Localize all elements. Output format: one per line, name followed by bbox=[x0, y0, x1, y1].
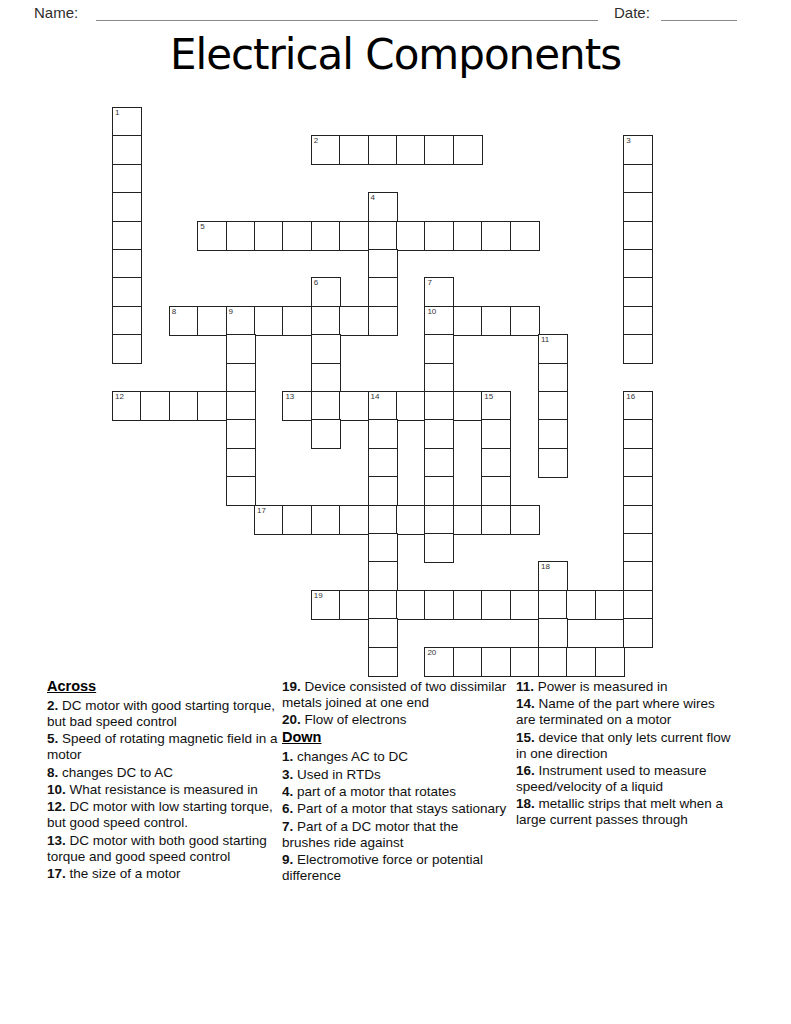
clue-num-label: 13. bbox=[47, 833, 66, 848]
clue-across-19: 19. Device consisted of two dissimilar m… bbox=[282, 679, 510, 711]
grid-cell-r14c12[interactable] bbox=[453, 505, 483, 535]
grid-cell-r10c0[interactable]: 12 bbox=[112, 391, 142, 421]
grid-cell-r6c9[interactable] bbox=[368, 277, 398, 307]
grid-cell-r11c15[interactable] bbox=[538, 419, 568, 449]
grid-cell-r4c6[interactable] bbox=[282, 221, 312, 251]
grid-cell-r12c18[interactable] bbox=[623, 448, 653, 478]
grid-cell-r10c9[interactable]: 14 bbox=[368, 391, 398, 421]
grid-cell-r14c5[interactable]: 17 bbox=[254, 505, 284, 535]
grid-cell-r12c4[interactable] bbox=[226, 448, 256, 478]
grid-cell-r11c11[interactable] bbox=[424, 419, 454, 449]
grid-cell-r17c12[interactable] bbox=[453, 590, 483, 620]
grid-cell-r10c15[interactable] bbox=[538, 391, 568, 421]
clue-number-15: 15 bbox=[484, 392, 493, 401]
clue-number-6: 6 bbox=[314, 278, 318, 287]
grid-cell-r12c13[interactable] bbox=[481, 448, 511, 478]
grid-cell-r17c15[interactable] bbox=[538, 590, 568, 620]
grid-cell-r10c7[interactable] bbox=[311, 391, 341, 421]
grid-cell-r7c18[interactable] bbox=[623, 306, 653, 336]
clue-num-label: 20. bbox=[282, 712, 301, 727]
grid-cell-r19c9[interactable] bbox=[368, 647, 398, 677]
grid-cell-r7c0[interactable] bbox=[112, 306, 142, 336]
grid-cell-r1c8[interactable] bbox=[339, 135, 369, 165]
clue-num-label: 7. bbox=[282, 819, 293, 834]
grid-cell-r4c11[interactable] bbox=[424, 221, 454, 251]
grid-cell-r17c13[interactable] bbox=[481, 590, 511, 620]
grid-cell-r8c4[interactable] bbox=[226, 334, 256, 364]
grid-cell-r9c7[interactable] bbox=[311, 363, 341, 393]
clue-num-label: 11. bbox=[516, 679, 534, 694]
clue-down-4: 4. part of a motor that rotates bbox=[282, 784, 510, 800]
grid-cell-r8c15[interactable]: 11 bbox=[538, 334, 568, 364]
grid-cell-r10c18[interactable]: 16 bbox=[623, 391, 653, 421]
grid-cell-r5c18[interactable] bbox=[623, 249, 653, 279]
grid-cell-r11c13[interactable] bbox=[481, 419, 511, 449]
clue-header-down: Down bbox=[282, 730, 510, 746]
clue-header-across: Across bbox=[47, 679, 287, 695]
clue-num-label: 18. bbox=[516, 796, 535, 811]
clue-down-16: 16. Instrument used to measure speed/vel… bbox=[516, 763, 734, 795]
crossword-board: 1234567891011121314151617181920 bbox=[112, 107, 655, 678]
grid-cell-r8c0[interactable] bbox=[112, 334, 142, 364]
clue-number-8: 8 bbox=[172, 307, 176, 316]
grid-cell-r14c13[interactable] bbox=[481, 505, 511, 535]
clue-number-9: 9 bbox=[229, 307, 233, 316]
grid-cell-r16c15[interactable]: 18 bbox=[538, 561, 568, 591]
clue-across-8: 8. changes DC to AC bbox=[47, 765, 287, 781]
grid-cell-r12c11[interactable] bbox=[424, 448, 454, 478]
clue-num-label: 14. bbox=[516, 696, 535, 711]
clue-across-12: 12. DC motor with low starting torque, b… bbox=[47, 799, 287, 831]
grid-cell-r4c13[interactable] bbox=[481, 221, 511, 251]
grid-cell-r2c18[interactable] bbox=[623, 164, 653, 194]
clue-number-16: 16 bbox=[626, 392, 635, 401]
grid-cell-r8c7[interactable] bbox=[311, 334, 341, 364]
name-blank-line bbox=[96, 3, 598, 21]
grid-cell-r4c0[interactable] bbox=[112, 221, 142, 251]
grid-cell-r13c11[interactable] bbox=[424, 476, 454, 506]
grid-cell-r15c18[interactable] bbox=[623, 533, 653, 563]
clue-across-17: 17. the size of a motor bbox=[47, 866, 287, 882]
clue-number-20: 20 bbox=[427, 648, 436, 657]
grid-cell-r10c6[interactable]: 13 bbox=[282, 391, 312, 421]
clue-column-2: 19. Device consisted of two dissimilar m… bbox=[282, 679, 510, 885]
grid-cell-r1c0[interactable] bbox=[112, 135, 142, 165]
clue-across-20: 20. Flow of electrons bbox=[282, 712, 510, 728]
grid-cell-r15c9[interactable] bbox=[368, 533, 398, 563]
grid-cell-r7c4[interactable]: 9 bbox=[226, 306, 256, 336]
clue-down-7: 7. Part of a DC motor that the brushes r… bbox=[282, 819, 510, 851]
grid-cell-r6c0[interactable] bbox=[112, 277, 142, 307]
grid-cell-r16c9[interactable] bbox=[368, 561, 398, 591]
grid-cell-r7c12[interactable] bbox=[453, 306, 483, 336]
grid-cell-r4c18[interactable] bbox=[623, 221, 653, 251]
grid-cell-r19c11[interactable]: 20 bbox=[424, 647, 454, 677]
grid-cell-r7c13[interactable] bbox=[481, 306, 511, 336]
grid-cell-r15c11[interactable] bbox=[424, 533, 454, 563]
grid-cell-r4c12[interactable] bbox=[453, 221, 483, 251]
clue-number-2: 2 bbox=[314, 136, 318, 145]
clue-down-6: 6. Part of a motor that stays sationary bbox=[282, 801, 510, 817]
clue-down-9: 9. Electromotive force or potential diff… bbox=[282, 852, 510, 884]
grid-cell-r7c2[interactable]: 8 bbox=[169, 306, 199, 336]
page-title: Electrical Components bbox=[0, 30, 791, 79]
grid-cell-r6c7[interactable]: 6 bbox=[311, 277, 341, 307]
grid-cell-r13c9[interactable] bbox=[368, 476, 398, 506]
grid-cell-r17c9[interactable] bbox=[368, 590, 398, 620]
clue-number-11: 11 bbox=[541, 335, 549, 344]
grid-cell-r10c1[interactable] bbox=[140, 391, 170, 421]
grid-cell-r17c10[interactable] bbox=[396, 590, 426, 620]
grid-cell-r17c18[interactable] bbox=[623, 590, 653, 620]
clue-number-12: 12 bbox=[115, 392, 124, 401]
date-blank-line bbox=[661, 3, 737, 21]
grid-cell-r7c3[interactable] bbox=[197, 306, 227, 336]
clue-num-label: 5. bbox=[47, 731, 58, 746]
grid-cell-r12c9[interactable] bbox=[368, 448, 398, 478]
clue-across-2: 2. DC motor with good starting torque, b… bbox=[47, 698, 287, 730]
grid-cell-r2c0[interactable] bbox=[112, 164, 142, 194]
clue-number-1: 1 bbox=[115, 108, 119, 117]
name-label: Name: bbox=[34, 4, 78, 21]
clue-number-13: 13 bbox=[285, 392, 294, 401]
clue-number-10: 10 bbox=[427, 307, 436, 316]
grid-cell-r11c4[interactable] bbox=[226, 419, 256, 449]
grid-cell-r7c5[interactable] bbox=[254, 306, 284, 336]
grid-cell-r1c11[interactable] bbox=[424, 135, 454, 165]
grid-cell-r4c4[interactable] bbox=[226, 221, 256, 251]
clue-num-label: 2. bbox=[47, 698, 58, 713]
grid-cell-r11c18[interactable] bbox=[623, 419, 653, 449]
clue-down-15: 15. device that only lets current flow i… bbox=[516, 730, 734, 762]
grid-cell-r19c14[interactable] bbox=[510, 647, 540, 677]
grid-cell-r17c11[interactable] bbox=[424, 590, 454, 620]
grid-cell-r4c5[interactable] bbox=[254, 221, 284, 251]
clue-across-10: 10. What resistance is measured in bbox=[47, 782, 287, 798]
grid-cell-r14c14[interactable] bbox=[510, 505, 540, 535]
clue-number-17: 17 bbox=[257, 506, 266, 515]
grid-cell-r8c18[interactable] bbox=[623, 334, 653, 364]
grid-cell-r11c7[interactable] bbox=[311, 419, 341, 449]
grid-cell-r10c13[interactable]: 15 bbox=[481, 391, 511, 421]
grid-cell-r16c18[interactable] bbox=[623, 561, 653, 591]
grid-cell-r4c14[interactable] bbox=[510, 221, 540, 251]
grid-cell-r3c18[interactable] bbox=[623, 192, 653, 222]
grid-cell-r1c10[interactable] bbox=[396, 135, 426, 165]
grid-cell-r4c3[interactable]: 5 bbox=[197, 221, 227, 251]
grid-cell-r4c9[interactable] bbox=[368, 221, 398, 251]
grid-cell-r18c9[interactable] bbox=[368, 618, 398, 648]
grid-cell-r13c18[interactable] bbox=[623, 476, 653, 506]
clue-num-label: 12. bbox=[47, 799, 66, 814]
clue-down-18: 18. metallic strips that melt when a lar… bbox=[516, 796, 734, 828]
clue-number-7: 7 bbox=[427, 278, 431, 287]
grid-cell-r14c8[interactable] bbox=[339, 505, 369, 535]
clue-num-label: 1. bbox=[282, 749, 293, 764]
grid-cell-r10c2[interactable] bbox=[169, 391, 199, 421]
clue-num-label: 15. bbox=[516, 730, 535, 745]
clue-num-label: 9. bbox=[282, 852, 293, 867]
grid-cell-r18c15[interactable] bbox=[538, 618, 568, 648]
grid-cell-r14c6[interactable] bbox=[282, 505, 312, 535]
clue-down-3: 3. Used in RTDs bbox=[282, 767, 510, 783]
grid-cell-r1c12[interactable] bbox=[453, 135, 483, 165]
grid-cell-r17c8[interactable] bbox=[339, 590, 369, 620]
clue-number-18: 18 bbox=[541, 562, 550, 571]
grid-cell-r14c11[interactable] bbox=[424, 505, 454, 535]
grid-cell-r14c18[interactable] bbox=[623, 505, 653, 535]
grid-cell-r17c16[interactable] bbox=[566, 590, 596, 620]
grid-cell-r19c12[interactable] bbox=[453, 647, 483, 677]
grid-cell-r7c9[interactable] bbox=[368, 306, 398, 336]
clue-num-label: 17. bbox=[47, 866, 66, 881]
grid-cell-r3c0[interactable] bbox=[112, 192, 142, 222]
grid-cell-r10c10[interactable] bbox=[396, 391, 426, 421]
grid-cell-r13c13[interactable] bbox=[481, 476, 511, 506]
grid-cell-r5c9[interactable] bbox=[368, 249, 398, 279]
grid-cell-r6c11[interactable]: 7 bbox=[424, 277, 454, 307]
grid-cell-r7c8[interactable] bbox=[339, 306, 369, 336]
clue-num-label: 3. bbox=[282, 767, 293, 782]
date-label: Date: bbox=[614, 4, 650, 21]
grid-cell-r19c13[interactable] bbox=[481, 647, 511, 677]
grid-cell-r11c9[interactable] bbox=[368, 419, 398, 449]
grid-cell-r8c11[interactable] bbox=[424, 334, 454, 364]
clue-num-label: 10. bbox=[47, 782, 66, 797]
grid-cell-r10c12[interactable] bbox=[453, 391, 483, 421]
grid-cell-r9c15[interactable] bbox=[538, 363, 568, 393]
grid-cell-r9c4[interactable] bbox=[226, 363, 256, 393]
grid-cell-r4c10[interactable] bbox=[396, 221, 426, 251]
grid-cell-r1c18[interactable]: 3 bbox=[623, 135, 653, 165]
grid-cell-r19c15[interactable] bbox=[538, 647, 568, 677]
clue-num-label: 19. bbox=[282, 679, 301, 694]
clue-across-5: 5. Speed of rotating magnetic field in a… bbox=[47, 731, 287, 763]
grid-cell-r4c7[interactable] bbox=[311, 221, 341, 251]
grid-cell-r7c14[interactable] bbox=[510, 306, 540, 336]
grid-cell-r13c4[interactable] bbox=[226, 476, 256, 506]
clue-number-14: 14 bbox=[371, 392, 380, 401]
clue-number-5: 5 bbox=[200, 222, 204, 231]
clue-number-3: 3 bbox=[626, 136, 630, 145]
grid-cell-r3c9[interactable]: 4 bbox=[368, 192, 398, 222]
grid-cell-r0c0[interactable]: 1 bbox=[112, 107, 142, 137]
grid-cell-r10c4[interactable] bbox=[226, 391, 256, 421]
grid-cell-r17c7[interactable]: 19 bbox=[311, 590, 341, 620]
clue-across-13: 13. DC motor with both good starting tor… bbox=[47, 833, 287, 865]
grid-cell-r14c9[interactable] bbox=[368, 505, 398, 535]
grid-cell-r7c6[interactable] bbox=[282, 306, 312, 336]
clue-number-4: 4 bbox=[371, 193, 375, 202]
clue-down-1: 1. changes AC to DC bbox=[282, 749, 510, 765]
clue-down-14: 14. Name of the part where wires are ter… bbox=[516, 696, 734, 728]
clue-column-1: Across2. DC motor with good starting tor… bbox=[47, 679, 287, 883]
grid-cell-r19c16[interactable] bbox=[566, 647, 596, 677]
grid-cell-r10c11[interactable] bbox=[424, 391, 454, 421]
grid-cell-r1c9[interactable] bbox=[368, 135, 398, 165]
clue-down-11: 11. Power is measured in bbox=[516, 679, 734, 695]
grid-cell-r14c7[interactable] bbox=[311, 505, 341, 535]
grid-cell-r17c14[interactable] bbox=[510, 590, 540, 620]
clue-num-label: 4. bbox=[282, 784, 293, 799]
grid-cell-r5c0[interactable] bbox=[112, 249, 142, 279]
clue-num-label: 16. bbox=[516, 763, 535, 778]
grid-cell-r18c18[interactable] bbox=[623, 618, 653, 648]
grid-cell-r9c11[interactable] bbox=[424, 363, 454, 393]
clue-num-label: 8. bbox=[47, 765, 58, 780]
grid-cell-r7c11[interactable]: 10 bbox=[424, 306, 454, 336]
grid-cell-r12c15[interactable] bbox=[538, 448, 568, 478]
grid-cell-r17c17[interactable] bbox=[595, 590, 625, 620]
grid-cell-r6c18[interactable] bbox=[623, 277, 653, 307]
grid-cell-r10c8[interactable] bbox=[339, 391, 369, 421]
grid-cell-r4c8[interactable] bbox=[339, 221, 369, 251]
clue-number-19: 19 bbox=[314, 591, 323, 600]
grid-cell-r1c7[interactable]: 2 bbox=[311, 135, 341, 165]
clue-num-label: 6. bbox=[282, 801, 293, 816]
grid-cell-r14c10[interactable] bbox=[396, 505, 426, 535]
grid-cell-r19c17[interactable] bbox=[595, 647, 625, 677]
grid-cell-r7c7[interactable] bbox=[311, 306, 341, 336]
grid-cell-r10c3[interactable] bbox=[197, 391, 227, 421]
clue-column-3: 11. Power is measured in14. Name of the … bbox=[516, 679, 734, 830]
